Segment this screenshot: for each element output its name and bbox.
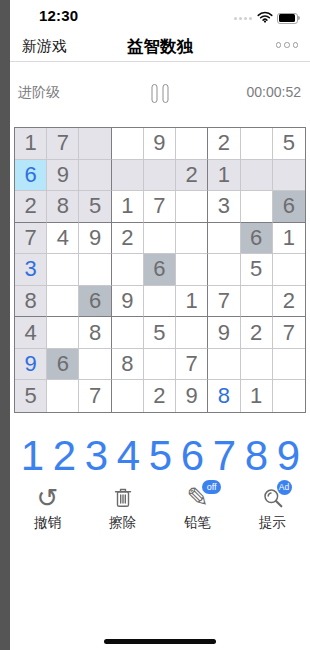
cell-digit: 8 — [218, 385, 230, 407]
numpad-7[interactable]: 7 — [208, 430, 240, 482]
cell-digit: 1 — [121, 195, 133, 217]
home-indicator[interactable] — [104, 639, 216, 644]
cell-r4c8[interactable]: 6 — [241, 223, 273, 255]
cell-r6c9[interactable]: 2 — [273, 286, 305, 318]
cell-digit: 9 — [24, 353, 36, 375]
cell-r1c6[interactable] — [176, 128, 208, 160]
cell-r8c8[interactable] — [241, 349, 273, 381]
cell-r2c5[interactable] — [144, 160, 176, 192]
cell-r3c6[interactable] — [176, 191, 208, 223]
cell-digit: 6 — [57, 353, 69, 375]
cell-digit: 3 — [218, 195, 230, 217]
cell-r1c9[interactable]: 5 — [273, 128, 305, 160]
cell-r1c8[interactable] — [241, 128, 273, 160]
cell-digit: 7 — [89, 385, 101, 407]
trash-icon — [111, 486, 135, 510]
cell-digit: 1 — [24, 132, 36, 154]
cell-r9c3[interactable]: 7 — [79, 380, 111, 412]
pause-button[interactable] — [150, 82, 171, 105]
cell-r2c6[interactable]: 2 — [176, 160, 208, 192]
cell-r6c7[interactable]: 7 — [208, 286, 240, 318]
toolbar: ↺ 撤销 擦除 ✎ off — [10, 484, 310, 536]
cell-digit: 9 — [121, 290, 133, 312]
cell-r4c6[interactable] — [176, 223, 208, 255]
cell-r5c6[interactable] — [176, 254, 208, 286]
cell-r1c1[interactable]: 1 — [15, 128, 47, 160]
cell-digit: 8 — [57, 195, 69, 217]
hint-ad-badge: Ad — [277, 480, 292, 495]
cell-digit: 5 — [153, 322, 165, 344]
cell-digit: 8 — [121, 353, 133, 375]
cell-r9c9[interactable] — [273, 380, 305, 412]
game-info-row: 进阶级 00:00:52 — [10, 62, 310, 124]
cell-r6c8[interactable] — [241, 286, 273, 318]
numpad-2[interactable]: 2 — [48, 430, 80, 482]
cell-r8c7[interactable] — [208, 349, 240, 381]
difficulty-label: 进阶级 — [18, 84, 60, 102]
cell-r5c1[interactable]: 3 — [15, 254, 47, 286]
cell-r9c4[interactable] — [112, 380, 144, 412]
cell-r3c4[interactable]: 1 — [112, 191, 144, 223]
erase-button[interactable]: 擦除 — [85, 484, 160, 536]
cell-r7c9[interactable]: 7 — [273, 317, 305, 349]
cell-digit: 4 — [24, 322, 36, 344]
cell-digit: 5 — [283, 132, 295, 154]
cell-r9c8[interactable]: 1 — [241, 380, 273, 412]
cell-digit: 5 — [250, 258, 262, 280]
cell-digit: 3 — [24, 258, 36, 280]
cell-r3c2[interactable]: 8 — [47, 191, 79, 223]
cell-r1c7[interactable]: 2 — [208, 128, 240, 160]
cell-r4c5[interactable] — [144, 223, 176, 255]
cell-digit: 6 — [250, 227, 262, 249]
cell-r8c4[interactable]: 8 — [112, 349, 144, 381]
status-bar: 12:30 — [10, 0, 310, 30]
cell-digit: 9 — [57, 164, 69, 186]
cell-r7c4[interactable] — [112, 317, 144, 349]
cell-r1c4[interactable] — [112, 128, 144, 160]
cell-r1c2[interactable]: 7 — [47, 128, 79, 160]
cell-r4c9[interactable]: 1 — [273, 223, 305, 255]
cell-r4c3[interactable]: 9 — [79, 223, 111, 255]
cell-digit: 6 — [24, 164, 36, 186]
cell-r9c7[interactable]: 8 — [208, 380, 240, 412]
cell-r7c5[interactable]: 5 — [144, 317, 176, 349]
numpad-4[interactable]: 4 — [112, 430, 144, 482]
cell-r1c3[interactable] — [79, 128, 111, 160]
cell-r5c8[interactable]: 5 — [241, 254, 273, 286]
cell-r5c2[interactable] — [47, 254, 79, 286]
page-title: 益智数独 — [10, 36, 310, 58]
pencil-button[interactable]: ✎ off 铅笔 — [160, 484, 235, 536]
cell-r5c9[interactable] — [273, 254, 305, 286]
cell-r5c5[interactable]: 6 — [144, 254, 176, 286]
cell-r9c5[interactable]: 2 — [144, 380, 176, 412]
cell-digit: 8 — [24, 290, 36, 312]
cell-r2c8[interactable] — [241, 160, 273, 192]
cell-r9c1[interactable]: 5 — [15, 380, 47, 412]
cell-r4c2[interactable]: 4 — [47, 223, 79, 255]
numpad-5[interactable]: 5 — [144, 430, 176, 482]
cell-r6c3[interactable]: 6 — [79, 286, 111, 318]
cell-digit: 7 — [57, 132, 69, 154]
cell-digit: 2 — [283, 290, 295, 312]
wifi-icon — [257, 9, 273, 27]
cell-digit: 2 — [121, 227, 133, 249]
cell-digit: 8 — [89, 322, 101, 344]
cell-r7c1[interactable]: 4 — [15, 317, 47, 349]
nav-bar: 新游戏 益智数独 — [10, 30, 310, 62]
cell-r2c3[interactable] — [79, 160, 111, 192]
status-time: 12:30 — [39, 7, 78, 24]
cell-digit: 2 — [186, 164, 198, 186]
cell-r8c5[interactable] — [144, 349, 176, 381]
cell-r3c3[interactable]: 5 — [79, 191, 111, 223]
cell-digit: 2 — [24, 195, 36, 217]
cell-r2c9[interactable] — [273, 160, 305, 192]
cell-digit: 7 — [283, 322, 295, 344]
cell-r4c1[interactable]: 7 — [15, 223, 47, 255]
cell-digit: 5 — [24, 385, 36, 407]
cell-r6c4[interactable]: 9 — [112, 286, 144, 318]
cell-digit: 1 — [218, 164, 230, 186]
cell-r7c8[interactable]: 2 — [241, 317, 273, 349]
numpad-8[interactable]: 8 — [240, 430, 272, 482]
status-icons — [234, 9, 300, 27]
battery-icon — [277, 13, 300, 24]
cell-r3c9[interactable]: 6 — [273, 191, 305, 223]
cell-digit: 6 — [283, 195, 295, 217]
cell-digit: 1 — [250, 385, 262, 407]
erase-label: 擦除 — [109, 514, 136, 532]
cellular-signal-icon — [234, 17, 252, 20]
cell-r3c1[interactable]: 2 — [15, 191, 47, 223]
cell-r4c7[interactable] — [208, 223, 240, 255]
cell-r3c7[interactable]: 3 — [208, 191, 240, 223]
cell-r3c8[interactable] — [241, 191, 273, 223]
cell-digit: 6 — [89, 290, 101, 312]
cell-r9c2[interactable] — [47, 380, 79, 412]
more-menu-button[interactable] — [276, 42, 299, 48]
cell-r2c2[interactable]: 9 — [47, 160, 79, 192]
cell-digit: 7 — [24, 227, 36, 249]
cell-r6c5[interactable] — [144, 286, 176, 318]
cell-digit: 7 — [218, 290, 230, 312]
cell-r5c4[interactable] — [112, 254, 144, 286]
cell-r7c7[interactable]: 9 — [208, 317, 240, 349]
cell-digit: 2 — [250, 322, 262, 344]
cell-r6c2[interactable] — [47, 286, 79, 318]
cell-digit: 7 — [186, 353, 198, 375]
cell-r8c2[interactable]: 6 — [47, 349, 79, 381]
hint-button[interactable]: Ad 提示 — [235, 484, 310, 536]
cell-digit: 9 — [153, 132, 165, 154]
sudoku-board: 1792569212851736749261365869172485927968… — [14, 127, 306, 413]
cell-digit: 9 — [218, 322, 230, 344]
cell-r8c1[interactable]: 9 — [15, 349, 47, 381]
undo-button[interactable]: ↺ 撤销 — [10, 484, 85, 536]
numpad-9[interactable]: 9 — [272, 430, 304, 482]
cell-r6c6[interactable]: 1 — [176, 286, 208, 318]
cell-digit: 7 — [153, 195, 165, 217]
cell-r2c4[interactable] — [112, 160, 144, 192]
cell-r7c3[interactable]: 8 — [79, 317, 111, 349]
number-pad: 123456789 — [16, 430, 304, 482]
cell-r6c1[interactable]: 8 — [15, 286, 47, 318]
cell-r2c7[interactable]: 1 — [208, 160, 240, 192]
cell-r8c3[interactable] — [79, 349, 111, 381]
pencil-label: 铅笔 — [184, 514, 211, 532]
cell-digit: 4 — [57, 227, 69, 249]
timer-value: 00:00:52 — [247, 84, 302, 100]
numpad-3[interactable]: 3 — [80, 430, 112, 482]
cell-r3c5[interactable]: 7 — [144, 191, 176, 223]
undo-label: 撤销 — [34, 514, 61, 532]
cell-r8c9[interactable] — [273, 349, 305, 381]
cell-r7c6[interactable] — [176, 317, 208, 349]
cell-r5c3[interactable] — [79, 254, 111, 286]
pencil-off-badge: off — [202, 480, 221, 494]
cell-digit: 5 — [89, 195, 101, 217]
cell-digit: 1 — [186, 290, 198, 312]
cell-digit: 9 — [186, 385, 198, 407]
hint-label: 提示 — [259, 514, 286, 532]
cell-r7c2[interactable] — [47, 317, 79, 349]
cell-digit: 9 — [89, 227, 101, 249]
cell-r1c5[interactable]: 9 — [144, 128, 176, 160]
cell-digit: 6 — [153, 258, 165, 280]
cell-r2c1[interactable]: 6 — [15, 160, 47, 192]
cell-r9c6[interactable]: 9 — [176, 380, 208, 412]
cell-r4c4[interactable]: 2 — [112, 223, 144, 255]
cell-digit: 1 — [283, 227, 295, 249]
undo-icon: ↺ — [37, 485, 59, 511]
sudoku-app: 12:30 新游戏 益智数独 进阶级 00:00:52 1 — [10, 0, 310, 650]
cell-digit: 2 — [218, 132, 230, 154]
cell-digit: 2 — [153, 385, 165, 407]
numpad-1[interactable]: 1 — [16, 430, 48, 482]
cell-r5c7[interactable] — [208, 254, 240, 286]
cell-r8c6[interactable]: 7 — [176, 349, 208, 381]
numpad-6[interactable]: 6 — [176, 430, 208, 482]
